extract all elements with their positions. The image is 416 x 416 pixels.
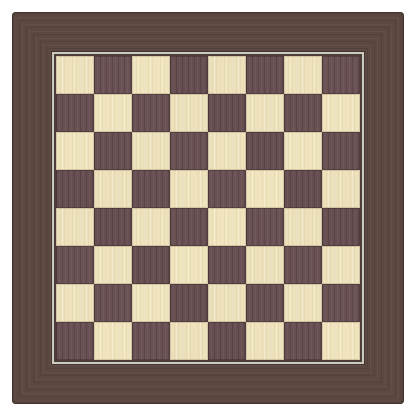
square-e7[interactable] <box>208 94 246 132</box>
square-d5[interactable] <box>170 170 208 208</box>
chess-board <box>12 12 404 404</box>
square-a1[interactable] <box>56 322 94 360</box>
square-g7[interactable] <box>284 94 322 132</box>
square-a4[interactable] <box>56 208 94 246</box>
square-b2[interactable] <box>94 284 132 322</box>
board-frame-right <box>360 12 404 404</box>
photo-background <box>0 0 416 416</box>
square-a8[interactable] <box>56 56 94 94</box>
square-g4[interactable] <box>284 208 322 246</box>
square-f7[interactable] <box>246 94 284 132</box>
square-h2[interactable] <box>322 284 360 322</box>
square-h8[interactable] <box>322 56 360 94</box>
square-c8[interactable] <box>132 56 170 94</box>
square-h7[interactable] <box>322 94 360 132</box>
square-g5[interactable] <box>284 170 322 208</box>
square-d2[interactable] <box>170 284 208 322</box>
square-d4[interactable] <box>170 208 208 246</box>
square-a5[interactable] <box>56 170 94 208</box>
square-e8[interactable] <box>208 56 246 94</box>
square-c2[interactable] <box>132 284 170 322</box>
square-a7[interactable] <box>56 94 94 132</box>
square-b3[interactable] <box>94 246 132 284</box>
square-h6[interactable] <box>322 132 360 170</box>
square-c4[interactable] <box>132 208 170 246</box>
square-b6[interactable] <box>94 132 132 170</box>
square-e3[interactable] <box>208 246 246 284</box>
square-c1[interactable] <box>132 322 170 360</box>
square-d8[interactable] <box>170 56 208 94</box>
square-b4[interactable] <box>94 208 132 246</box>
square-f3[interactable] <box>246 246 284 284</box>
square-d6[interactable] <box>170 132 208 170</box>
square-f8[interactable] <box>246 56 284 94</box>
square-f5[interactable] <box>246 170 284 208</box>
square-e1[interactable] <box>208 322 246 360</box>
square-b1[interactable] <box>94 322 132 360</box>
square-b5[interactable] <box>94 170 132 208</box>
square-f2[interactable] <box>246 284 284 322</box>
board-frame-top <box>12 12 404 56</box>
square-d1[interactable] <box>170 322 208 360</box>
square-a6[interactable] <box>56 132 94 170</box>
square-c5[interactable] <box>132 170 170 208</box>
playing-field <box>56 56 360 360</box>
square-g2[interactable] <box>284 284 322 322</box>
square-b7[interactable] <box>94 94 132 132</box>
square-f6[interactable] <box>246 132 284 170</box>
board-frame-bottom <box>12 360 404 404</box>
square-g6[interactable] <box>284 132 322 170</box>
square-f4[interactable] <box>246 208 284 246</box>
inlay-border <box>52 52 364 364</box>
square-e6[interactable] <box>208 132 246 170</box>
square-h5[interactable] <box>322 170 360 208</box>
square-b8[interactable] <box>94 56 132 94</box>
square-e5[interactable] <box>208 170 246 208</box>
square-h1[interactable] <box>322 322 360 360</box>
square-e4[interactable] <box>208 208 246 246</box>
board-frame-left <box>12 12 56 404</box>
square-d3[interactable] <box>170 246 208 284</box>
square-g1[interactable] <box>284 322 322 360</box>
square-h4[interactable] <box>322 208 360 246</box>
square-d7[interactable] <box>170 94 208 132</box>
square-c6[interactable] <box>132 132 170 170</box>
square-f1[interactable] <box>246 322 284 360</box>
square-c7[interactable] <box>132 94 170 132</box>
square-e2[interactable] <box>208 284 246 322</box>
square-a2[interactable] <box>56 284 94 322</box>
square-g3[interactable] <box>284 246 322 284</box>
square-c3[interactable] <box>132 246 170 284</box>
square-a3[interactable] <box>56 246 94 284</box>
square-h3[interactable] <box>322 246 360 284</box>
square-g8[interactable] <box>284 56 322 94</box>
